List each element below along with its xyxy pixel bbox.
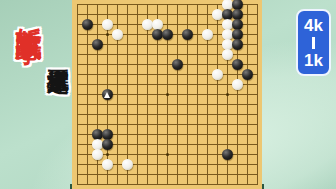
rank-badge: 4k 1k bbox=[296, 9, 331, 76]
black-stone-last-move bbox=[102, 89, 113, 100]
last-move-triangle-icon bbox=[104, 92, 110, 98]
star-point bbox=[226, 93, 229, 96]
banner-main-text: 斩断实战恶手 bbox=[12, 7, 47, 19]
star-point bbox=[106, 33, 109, 36]
white-stone bbox=[212, 69, 223, 80]
thumbnail-background: 斩断实战恶手 探索棋之正道 4k 1k bbox=[0, 0, 336, 189]
black-stone bbox=[92, 39, 103, 50]
white-stone bbox=[202, 29, 213, 40]
black-stone bbox=[172, 59, 183, 70]
black-stone bbox=[182, 29, 193, 40]
white-stone bbox=[112, 29, 123, 40]
black-stone bbox=[232, 39, 243, 50]
rank-top: 4k bbox=[304, 17, 323, 34]
white-stone bbox=[232, 79, 243, 90]
rank-separator-bar bbox=[312, 37, 315, 49]
black-stone bbox=[82, 19, 93, 30]
rank-bottom: 1k bbox=[304, 52, 323, 69]
go-board bbox=[72, 0, 262, 189]
black-stone bbox=[102, 139, 113, 150]
black-stone bbox=[222, 149, 233, 160]
white-stone bbox=[92, 149, 103, 160]
white-stone bbox=[102, 19, 113, 30]
white-stone bbox=[102, 159, 113, 170]
white-stone bbox=[222, 49, 233, 60]
white-stone bbox=[122, 159, 133, 170]
black-stone bbox=[162, 29, 173, 40]
star-point bbox=[166, 153, 169, 156]
star-point bbox=[166, 93, 169, 96]
black-stone bbox=[242, 69, 253, 80]
star-point bbox=[106, 153, 109, 156]
black-stone bbox=[232, 59, 243, 70]
